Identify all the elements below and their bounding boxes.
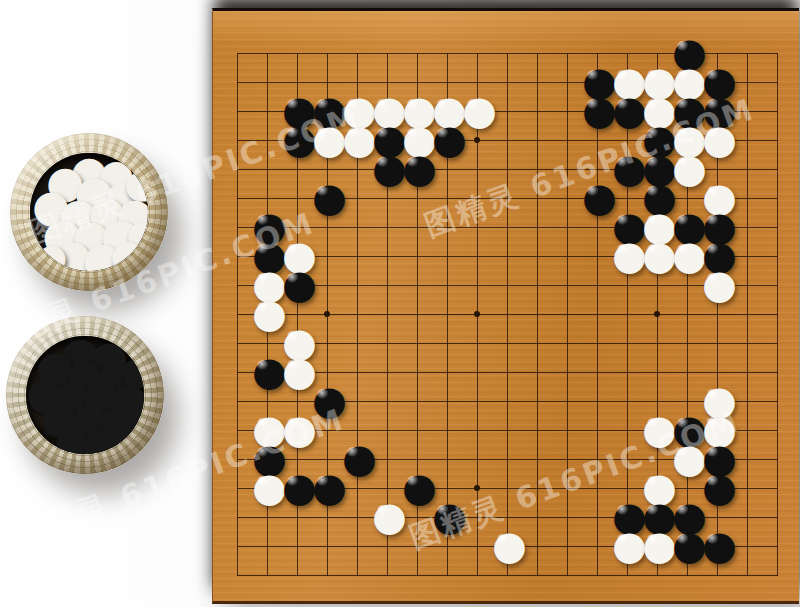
white-stone[interactable]: ● — [702, 270, 732, 300]
white-stone[interactable]: ● — [252, 473, 282, 503]
star-point — [474, 137, 480, 143]
black-stone[interactable]: ● — [582, 183, 612, 213]
star-point — [324, 311, 330, 317]
star-point — [654, 311, 660, 317]
black-stone[interactable]: ● — [372, 154, 402, 184]
go-board[interactable]: ●●●●●●●●●●●●●●●●●●●●●●●●●●●●●●●●●●●●●●●●… — [212, 8, 799, 604]
star-point — [474, 311, 480, 317]
white-stone[interactable]: ● — [312, 125, 342, 155]
white-stone-bowl-interior: ●●●●●●●●●●●●●●●●●● — [30, 153, 148, 271]
black-stone[interactable]: ● — [672, 531, 702, 561]
white-stone[interactable]: ● — [492, 531, 522, 561]
black-stone[interactable]: ● — [312, 183, 342, 213]
black-stone[interactable]: ● — [402, 154, 432, 184]
white-stone[interactable]: ● — [282, 357, 312, 387]
white-stone[interactable]: ● — [372, 502, 402, 532]
black-stone[interactable]: ● — [282, 125, 312, 155]
white-stone[interactable]: ● — [642, 531, 672, 561]
black-stone-bowl-interior: ●●●●●●●●●●●●●●●●● — [26, 336, 144, 454]
white-stone[interactable]: ● — [672, 241, 702, 271]
white-stone[interactable]: ● — [642, 241, 672, 271]
black-stone-bowl[interactable]: ●●●●●●●●●●●●●●●●● — [6, 316, 164, 474]
black-stone[interactable]: ● — [702, 531, 732, 561]
white-stone[interactable]: ● — [642, 415, 672, 445]
white-stone[interactable]: ● — [342, 125, 372, 155]
black-stone[interactable]: ● — [612, 96, 642, 126]
black-stone[interactable]: ● — [282, 473, 312, 503]
black-stone[interactable]: ● — [582, 96, 612, 126]
white-stone[interactable]: ● — [252, 299, 282, 329]
black-stone[interactable]: ● — [432, 502, 462, 532]
black-bowl-stone[interactable]: ● — [108, 424, 138, 454]
white-stone-bowl[interactable]: ●●●●●●●●●●●●●●●●●● — [10, 133, 168, 291]
star-point — [474, 485, 480, 491]
white-stone[interactable]: ● — [612, 531, 642, 561]
black-stone[interactable]: ● — [252, 357, 282, 387]
white-stone[interactable]: ● — [612, 241, 642, 271]
white-bowl-stone[interactable]: ● — [36, 243, 64, 271]
black-stone[interactable]: ● — [312, 473, 342, 503]
stock-photo-canvas: ●●●●●●●●●●●●●●●●●●●●●●●●●●●●●●●●●●●●●●●●… — [0, 0, 800, 607]
white-bowl-stone[interactable]: ● — [110, 239, 142, 271]
